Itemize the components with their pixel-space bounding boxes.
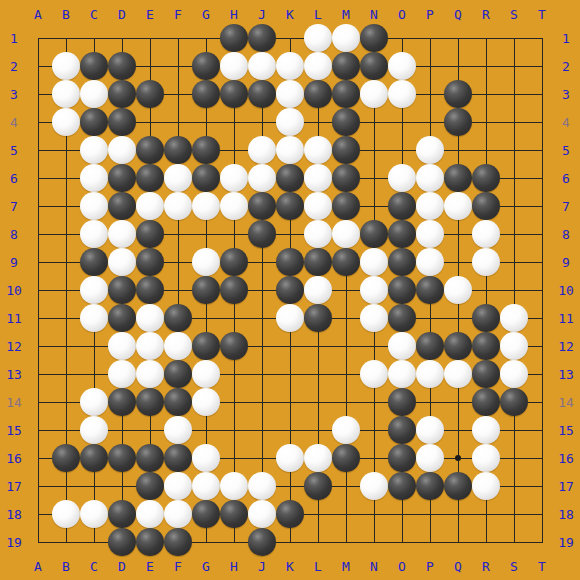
black-stone-E5 [136,136,164,164]
column-label-top-H: H [230,8,238,21]
grid-line-vertical [514,38,515,543]
black-stone-B16 [52,444,80,472]
column-label-bottom-M: M [342,560,350,573]
black-stone-R13 [472,360,500,388]
white-stone-R9 [472,248,500,276]
black-stone-H18 [220,500,248,528]
black-stone-M4 [332,108,360,136]
black-stone-P12 [416,332,444,360]
black-stone-J3 [248,80,276,108]
black-stone-E17 [136,472,164,500]
white-stone-R15 [472,416,500,444]
grid-line-vertical [542,38,543,543]
black-stone-E9 [136,248,164,276]
column-label-top-B: B [62,8,70,21]
white-stone-O6 [388,164,416,192]
black-stone-Q6 [444,164,472,192]
column-label-bottom-J: J [258,560,266,573]
black-stone-P17 [416,472,444,500]
black-stone-J1 [248,24,276,52]
white-stone-Q13 [444,360,472,388]
black-stone-C4 [80,108,108,136]
black-stone-F11 [164,304,192,332]
black-stone-E3 [136,80,164,108]
black-stone-Q17 [444,472,472,500]
white-stone-K3 [276,80,304,108]
white-stone-L8 [304,220,332,248]
column-label-top-Q: Q [454,8,462,21]
black-stone-R12 [472,332,500,360]
star-point-Q16 [455,455,461,461]
row-label-left-5: 5 [10,144,18,157]
column-label-top-R: R [482,8,490,21]
black-stone-D3 [108,80,136,108]
column-label-bottom-L: L [314,560,322,573]
white-stone-N11 [360,304,388,332]
white-stone-D9 [108,248,136,276]
black-stone-N8 [360,220,388,248]
white-stone-R17 [472,472,500,500]
column-label-top-S: S [510,8,518,21]
black-stone-L17 [304,472,332,500]
white-stone-J6 [248,164,276,192]
row-label-right-3: 3 [562,88,570,101]
black-stone-M2 [332,52,360,80]
black-stone-O10 [388,276,416,304]
white-stone-F18 [164,500,192,528]
row-label-right-5: 5 [562,144,570,157]
black-stone-G18 [192,500,220,528]
white-stone-S12 [500,332,528,360]
black-stone-M6 [332,164,360,192]
row-label-left-14: 14 [6,396,22,409]
black-stone-D14 [108,388,136,416]
white-stone-C6 [80,164,108,192]
white-stone-L6 [304,164,332,192]
black-stone-H3 [220,80,248,108]
white-stone-C10 [80,276,108,304]
white-stone-F17 [164,472,192,500]
row-label-left-2: 2 [10,60,18,73]
white-stone-S11 [500,304,528,332]
black-stone-D7 [108,192,136,220]
white-stone-E11 [136,304,164,332]
black-stone-E6 [136,164,164,192]
black-stone-G2 [192,52,220,80]
black-stone-F19 [164,528,192,556]
white-stone-E18 [136,500,164,528]
black-stone-H10 [220,276,248,304]
black-stone-M7 [332,192,360,220]
white-stone-L10 [304,276,332,304]
row-label-right-13: 13 [558,368,574,381]
white-stone-L1 [304,24,332,52]
column-label-bottom-K: K [286,560,294,573]
column-label-bottom-G: G [202,560,210,573]
column-label-bottom-H: H [230,560,238,573]
black-stone-E10 [136,276,164,304]
row-label-right-4: 4 [562,116,570,129]
black-stone-K6 [276,164,304,192]
column-label-top-J: J [258,8,266,21]
column-label-bottom-B: B [62,560,70,573]
black-stone-M5 [332,136,360,164]
row-label-left-15: 15 [6,424,22,437]
column-label-bottom-O: O [398,560,406,573]
white-stone-M1 [332,24,360,52]
column-label-top-D: D [118,8,126,21]
column-label-bottom-Q: Q [454,560,462,573]
column-label-top-C: C [90,8,98,21]
row-label-right-18: 18 [558,508,574,521]
white-stone-N10 [360,276,388,304]
white-stone-E7 [136,192,164,220]
white-stone-C14 [80,388,108,416]
white-stone-C11 [80,304,108,332]
white-stone-F12 [164,332,192,360]
row-label-right-7: 7 [562,200,570,213]
row-label-left-3: 3 [10,88,18,101]
white-stone-G14 [192,388,220,416]
white-stone-O3 [388,80,416,108]
white-stone-L16 [304,444,332,472]
white-stone-J5 [248,136,276,164]
white-stone-O13 [388,360,416,388]
black-stone-E19 [136,528,164,556]
row-label-right-6: 6 [562,172,570,185]
white-stone-J2 [248,52,276,80]
black-stone-P10 [416,276,444,304]
black-stone-H1 [220,24,248,52]
row-label-left-17: 17 [6,480,22,493]
white-stone-F15 [164,416,192,444]
row-label-right-15: 15 [558,424,574,437]
column-label-bottom-S: S [510,560,518,573]
row-label-right-10: 10 [558,284,574,297]
column-label-bottom-N: N [370,560,378,573]
black-stone-G10 [192,276,220,304]
column-label-top-M: M [342,8,350,21]
black-stone-L9 [304,248,332,276]
grid-line-horizontal [38,430,543,431]
black-stone-G6 [192,164,220,192]
column-label-bottom-E: E [146,560,154,573]
row-label-left-1: 1 [10,32,18,45]
column-label-top-O: O [398,8,406,21]
white-stone-C7 [80,192,108,220]
black-stone-D18 [108,500,136,528]
black-stone-C16 [80,444,108,472]
row-label-left-13: 13 [6,368,22,381]
black-stone-H12 [220,332,248,360]
white-stone-P8 [416,220,444,248]
black-stone-G3 [192,80,220,108]
row-label-left-16: 16 [6,452,22,465]
column-label-top-T: T [538,8,546,21]
black-stone-G5 [192,136,220,164]
row-label-right-9: 9 [562,256,570,269]
white-stone-E12 [136,332,164,360]
white-stone-D8 [108,220,136,248]
column-label-top-K: K [286,8,294,21]
row-label-left-12: 12 [6,340,22,353]
white-stone-L2 [304,52,332,80]
white-stone-L7 [304,192,332,220]
column-label-top-F: F [174,8,182,21]
white-stone-C5 [80,136,108,164]
black-stone-M9 [332,248,360,276]
black-stone-Q12 [444,332,472,360]
white-stone-G13 [192,360,220,388]
white-stone-G17 [192,472,220,500]
black-stone-M3 [332,80,360,108]
white-stone-Q7 [444,192,472,220]
white-stone-C8 [80,220,108,248]
go-board[interactable]: AABBCCDDEEFFGGHHJJKKLLMMNNOOPPQQRRSSTT11… [0,0,580,580]
column-label-bottom-R: R [482,560,490,573]
black-stone-J7 [248,192,276,220]
column-label-bottom-D: D [118,560,126,573]
black-stone-R7 [472,192,500,220]
black-stone-E16 [136,444,164,472]
column-label-top-L: L [314,8,322,21]
row-label-left-19: 19 [6,536,22,549]
black-stone-L11 [304,304,332,332]
white-stone-B2 [52,52,80,80]
black-stone-D10 [108,276,136,304]
black-stone-E14 [136,388,164,416]
white-stone-F6 [164,164,192,192]
row-label-right-1: 1 [562,32,570,45]
white-stone-B18 [52,500,80,528]
black-stone-C9 [80,248,108,276]
black-stone-K18 [276,500,304,528]
black-stone-R11 [472,304,500,332]
white-stone-K2 [276,52,304,80]
white-stone-D12 [108,332,136,360]
black-stone-R14 [472,388,500,416]
white-stone-J18 [248,500,276,528]
black-stone-L3 [304,80,332,108]
white-stone-P13 [416,360,444,388]
white-stone-P16 [416,444,444,472]
white-stone-C18 [80,500,108,528]
white-stone-N3 [360,80,388,108]
row-label-right-8: 8 [562,228,570,241]
black-stone-Q4 [444,108,472,136]
row-label-left-10: 10 [6,284,22,297]
white-stone-P5 [416,136,444,164]
column-label-bottom-A: A [34,560,42,573]
white-stone-P15 [416,416,444,444]
column-label-bottom-T: T [538,560,546,573]
row-label-left-7: 7 [10,200,18,213]
black-stone-O9 [388,248,416,276]
black-stone-M16 [332,444,360,472]
white-stone-N17 [360,472,388,500]
white-stone-L5 [304,136,332,164]
black-stone-K7 [276,192,304,220]
column-label-top-N: N [370,8,378,21]
white-stone-M15 [332,416,360,444]
black-stone-R6 [472,164,500,192]
row-label-left-9: 9 [10,256,18,269]
black-stone-D6 [108,164,136,192]
black-stone-O15 [388,416,416,444]
white-stone-N9 [360,248,388,276]
column-label-top-A: A [34,8,42,21]
black-stone-S14 [500,388,528,416]
row-label-left-6: 6 [10,172,18,185]
black-stone-G12 [192,332,220,360]
black-stone-H9 [220,248,248,276]
black-stone-F13 [164,360,192,388]
black-stone-E8 [136,220,164,248]
white-stone-H2 [220,52,248,80]
white-stone-R16 [472,444,500,472]
white-stone-O2 [388,52,416,80]
black-stone-D4 [108,108,136,136]
white-stone-G9 [192,248,220,276]
column-label-bottom-F: F [174,560,182,573]
row-label-right-14: 14 [558,396,574,409]
white-stone-N13 [360,360,388,388]
row-label-left-8: 8 [10,228,18,241]
white-stone-C3 [80,80,108,108]
black-stone-N1 [360,24,388,52]
white-stone-H17 [220,472,248,500]
black-stone-O7 [388,192,416,220]
white-stone-G16 [192,444,220,472]
white-stone-S13 [500,360,528,388]
column-label-top-P: P [426,8,434,21]
white-stone-O12 [388,332,416,360]
black-stone-J19 [248,528,276,556]
white-stone-H6 [220,164,248,192]
row-label-right-17: 17 [558,480,574,493]
black-stone-Q3 [444,80,472,108]
black-stone-K9 [276,248,304,276]
white-stone-J17 [248,472,276,500]
white-stone-H7 [220,192,248,220]
white-stone-K16 [276,444,304,472]
white-stone-K5 [276,136,304,164]
white-stone-B4 [52,108,80,136]
white-stone-D5 [108,136,136,164]
white-stone-F7 [164,192,192,220]
white-stone-M8 [332,220,360,248]
row-label-left-4: 4 [10,116,18,129]
black-stone-F5 [164,136,192,164]
black-stone-O14 [388,388,416,416]
white-stone-R8 [472,220,500,248]
white-stone-Q10 [444,276,472,304]
row-label-right-16: 16 [558,452,574,465]
white-stone-P7 [416,192,444,220]
row-label-left-11: 11 [6,312,22,325]
white-stone-P9 [416,248,444,276]
white-stone-D13 [108,360,136,388]
white-stone-G7 [192,192,220,220]
black-stone-N2 [360,52,388,80]
column-label-top-E: E [146,8,154,21]
row-label-right-11: 11 [558,312,574,325]
white-stone-B3 [52,80,80,108]
black-stone-F16 [164,444,192,472]
white-stone-K4 [276,108,304,136]
white-stone-K11 [276,304,304,332]
column-label-top-G: G [202,8,210,21]
black-stone-J8 [248,220,276,248]
row-label-left-18: 18 [6,508,22,521]
row-label-right-19: 19 [558,536,574,549]
black-stone-D19 [108,528,136,556]
black-stone-O16 [388,444,416,472]
black-stone-D16 [108,444,136,472]
row-label-right-12: 12 [558,340,574,353]
black-stone-O11 [388,304,416,332]
black-stone-O17 [388,472,416,500]
black-stone-O8 [388,220,416,248]
black-stone-F14 [164,388,192,416]
white-stone-C15 [80,416,108,444]
black-stone-K10 [276,276,304,304]
black-stone-D2 [108,52,136,80]
row-label-right-2: 2 [562,60,570,73]
black-stone-C2 [80,52,108,80]
column-label-bottom-P: P [426,560,434,573]
column-label-bottom-C: C [90,560,98,573]
white-stone-E13 [136,360,164,388]
white-stone-P6 [416,164,444,192]
black-stone-D11 [108,304,136,332]
